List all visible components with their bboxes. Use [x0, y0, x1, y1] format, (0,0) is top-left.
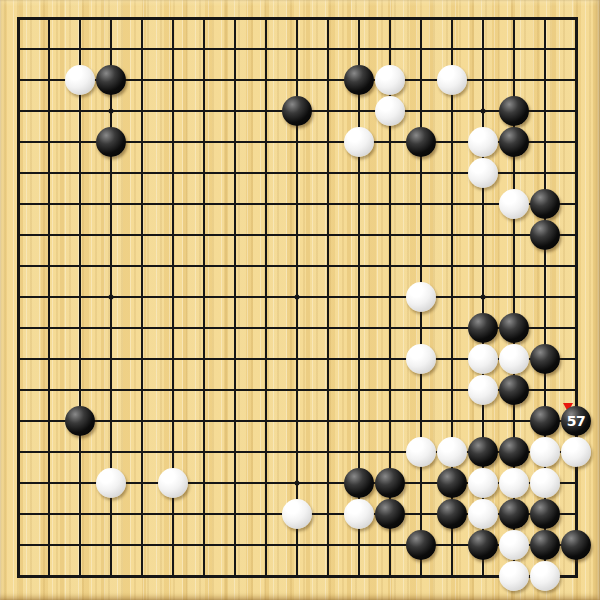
- stone-white: [344, 127, 374, 157]
- stone-black: [468, 437, 498, 467]
- stone-white: [468, 127, 498, 157]
- stone-white: [468, 499, 498, 529]
- stone-black: [499, 375, 529, 405]
- stone-white: [375, 96, 405, 126]
- stone-black: [499, 127, 529, 157]
- stone-white: [499, 530, 529, 560]
- stone-black: [375, 468, 405, 498]
- stone-black: [468, 313, 498, 343]
- stone-black: [561, 530, 591, 560]
- stone-black: [406, 127, 436, 157]
- stone-white: [65, 65, 95, 95]
- stone-black: [530, 189, 560, 219]
- stone-black: [530, 220, 560, 250]
- stone-white: [468, 344, 498, 374]
- stone-black: [530, 530, 560, 560]
- stone-white: [437, 65, 467, 95]
- stone-black: [530, 406, 560, 436]
- stone-black: [437, 499, 467, 529]
- stone-black: [96, 65, 126, 95]
- stones-layer: 57: [0, 0, 600, 600]
- stone-white: [499, 468, 529, 498]
- stone-white: [530, 437, 560, 467]
- stone-black: [499, 313, 529, 343]
- stone-black: [344, 468, 374, 498]
- stone-white: [282, 499, 312, 529]
- stone-white: [406, 344, 436, 374]
- stone-black: [437, 468, 467, 498]
- last-move-number: 57: [561, 406, 591, 436]
- stone-black: [282, 96, 312, 126]
- stone-black: [468, 530, 498, 560]
- stone-white: [375, 65, 405, 95]
- stone-black: [530, 499, 560, 529]
- stone-white: [468, 375, 498, 405]
- stone-white: [96, 468, 126, 498]
- stone-black: [96, 127, 126, 157]
- stone-white: [437, 437, 467, 467]
- stone-white: [406, 282, 436, 312]
- stone-white: [468, 468, 498, 498]
- stone-black: [499, 96, 529, 126]
- stone-white: [158, 468, 188, 498]
- stone-white: [530, 561, 560, 591]
- stone-black: [65, 406, 95, 436]
- stone-white: [561, 437, 591, 467]
- stone-white: [499, 561, 529, 591]
- stone-black: [530, 344, 560, 374]
- go-board[interactable]: 57: [0, 0, 600, 600]
- stone-black: [344, 65, 374, 95]
- stone-white: [468, 158, 498, 188]
- stone-black: [375, 499, 405, 529]
- stone-white: [344, 499, 374, 529]
- stone-white: [406, 437, 436, 467]
- stone-black: [499, 437, 529, 467]
- stone-white: [499, 189, 529, 219]
- stone-white: [499, 344, 529, 374]
- stone-black: [406, 530, 436, 560]
- stone-white: [530, 468, 560, 498]
- stone-black: [499, 499, 529, 529]
- stone-black: 57: [561, 406, 591, 436]
